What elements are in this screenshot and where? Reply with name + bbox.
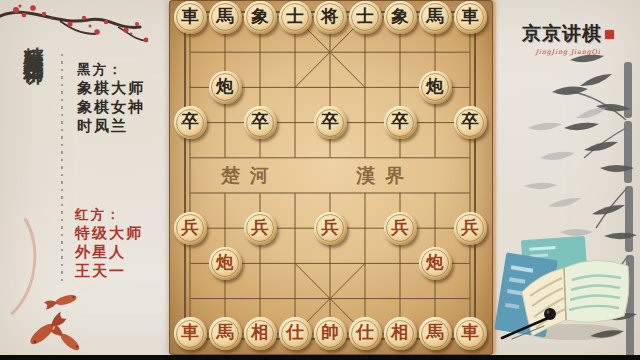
piece-glyph: 炮 — [426, 78, 444, 96]
board-intersection[interactable]: 車 — [173, 0, 208, 35]
board-intersection[interactable]: 象 — [243, 0, 278, 35]
board-intersection[interactable] — [453, 140, 488, 175]
piece-bK[interactable]: 将 — [314, 1, 347, 34]
video-frame: 精彩对局精选精讲 黑方： 象棋大师 象棋女神 时凤兰 红方： 特级大师 外星人 … — [0, 0, 640, 360]
board-intersection[interactable]: 卒 — [313, 105, 348, 140]
board-intersection[interactable]: 車 — [453, 316, 488, 351]
board-intersection[interactable] — [383, 35, 418, 70]
open-book-icon — [492, 234, 632, 346]
piece-bP[interactable]: 卒 — [174, 106, 207, 139]
board-intersection[interactable] — [453, 246, 488, 281]
piece-bP[interactable]: 卒 — [244, 106, 277, 139]
piece-glyph: 兵 — [391, 219, 409, 237]
red-player-name: 王天一 — [75, 262, 143, 281]
piece-rA[interactable]: 仕 — [349, 317, 382, 350]
board-intersection[interactable] — [243, 175, 278, 210]
piece-rC[interactable]: 炮 — [209, 247, 242, 280]
board-intersection[interactable]: 車 — [453, 0, 488, 35]
board-intersection[interactable] — [208, 211, 243, 246]
board-intersection[interactable] — [348, 246, 383, 281]
board-intersection[interactable] — [383, 140, 418, 175]
board-intersection[interactable]: 兵 — [313, 211, 348, 246]
black-side-label: 黑方： — [77, 60, 145, 79]
board-intersection[interactable]: 馬 — [418, 0, 453, 35]
piece-rB[interactable]: 相 — [384, 317, 417, 350]
board-intersection[interactable] — [313, 281, 348, 316]
board-intersection[interactable]: 兵 — [173, 211, 208, 246]
board-intersection[interactable]: 士 — [278, 0, 313, 35]
piece-rN[interactable]: 馬 — [419, 317, 452, 350]
board-intersection[interactable] — [208, 35, 243, 70]
board-intersection[interactable]: 相 — [243, 316, 278, 351]
board-intersection[interactable] — [173, 35, 208, 70]
piece-rC[interactable]: 炮 — [419, 247, 452, 280]
board-intersection[interactable] — [243, 70, 278, 105]
board-intersection[interactable]: 仕 — [348, 316, 383, 351]
board-intersection[interactable] — [383, 175, 418, 210]
board-intersection[interactable] — [243, 246, 278, 281]
board-intersection[interactable] — [243, 140, 278, 175]
board-intersection[interactable] — [348, 175, 383, 210]
red-player-info: 红方： 特级大师 外星人 王天一 — [75, 205, 143, 281]
dotted-divider — [61, 54, 63, 286]
board-intersection[interactable]: 将 — [313, 0, 348, 35]
piece-glyph: 相 — [251, 324, 269, 342]
board-intersection[interactable] — [348, 211, 383, 246]
board-intersection[interactable]: 卒 — [243, 105, 278, 140]
piece-grid: 車馬象士将士象馬車炮炮卒卒卒卒卒兵兵兵兵兵炮炮車馬相仕帥仕相馬車 — [173, 0, 488, 351]
piece-bN[interactable]: 馬 — [419, 1, 452, 34]
piece-bP[interactable]: 卒 — [314, 106, 347, 139]
board-intersection[interactable] — [453, 35, 488, 70]
letterbox-bar — [0, 355, 640, 360]
board-intersection[interactable]: 象 — [383, 0, 418, 35]
black-player-info: 黑方： 象棋大师 象棋女神 时凤兰 — [77, 60, 145, 136]
board-intersection[interactable]: 炮 — [418, 70, 453, 105]
board-intersection[interactable] — [418, 105, 453, 140]
piece-glyph: 馬 — [216, 8, 234, 26]
red-player-title1: 特级大师 — [75, 224, 143, 243]
board-intersection[interactable]: 仕 — [278, 316, 313, 351]
piece-glyph: 卒 — [181, 113, 199, 131]
piece-glyph: 馬 — [426, 324, 444, 342]
board-intersection[interactable]: 炮 — [208, 246, 243, 281]
board-intersection[interactable] — [313, 246, 348, 281]
piece-rA[interactable]: 仕 — [279, 317, 312, 350]
board-intersection[interactable]: 帥 — [313, 316, 348, 351]
red-side-label: 红方： — [75, 205, 143, 224]
board-intersection[interactable] — [418, 140, 453, 175]
board-intersection[interactable] — [173, 281, 208, 316]
black-player-name: 时凤兰 — [77, 117, 145, 136]
piece-rP[interactable]: 兵 — [454, 212, 487, 245]
piece-rR[interactable]: 車 — [454, 317, 487, 350]
piece-bC[interactable]: 炮 — [209, 71, 242, 104]
board-intersection[interactable] — [278, 281, 313, 316]
piece-bA[interactable]: 士 — [279, 1, 312, 34]
piece-glyph: 炮 — [426, 254, 444, 272]
piece-glyph: 卒 — [461, 113, 479, 131]
board-intersection[interactable] — [243, 35, 278, 70]
board-intersection[interactable] — [348, 70, 383, 105]
board-intersection[interactable] — [243, 281, 278, 316]
piece-bN[interactable]: 馬 — [209, 1, 242, 34]
piece-glyph: 象 — [251, 8, 269, 26]
piece-glyph: 兵 — [181, 219, 199, 237]
board-intersection[interactable] — [348, 35, 383, 70]
board-intersection[interactable]: 卒 — [453, 105, 488, 140]
board-intersection[interactable] — [453, 175, 488, 210]
piece-glyph: 馬 — [426, 8, 444, 26]
piece-bP[interactable]: 卒 — [454, 106, 487, 139]
black-player-title2: 象棋女神 — [77, 98, 145, 117]
board-intersection[interactable]: 炮 — [208, 70, 243, 105]
board-intersection[interactable]: 車 — [173, 316, 208, 351]
piece-glyph: 帥 — [321, 324, 339, 342]
red-player-title2: 外星人 — [75, 243, 143, 262]
board-intersection[interactable] — [173, 140, 208, 175]
piece-rP[interactable]: 兵 — [174, 212, 207, 245]
board-intersection[interactable] — [278, 105, 313, 140]
board-intersection[interactable] — [278, 35, 313, 70]
board-intersection[interactable] — [173, 246, 208, 281]
piece-rR[interactable]: 車 — [174, 317, 207, 350]
board-intersection[interactable] — [278, 246, 313, 281]
board-intersection[interactable] — [278, 211, 313, 246]
board-intersection[interactable] — [313, 35, 348, 70]
board-intersection[interactable] — [348, 105, 383, 140]
show-title-vertical: 精彩对局精选精讲 — [21, 31, 48, 217]
board-intersection[interactable] — [208, 105, 243, 140]
board-intersection[interactable] — [453, 281, 488, 316]
piece-glyph: 兵 — [461, 219, 479, 237]
xiangqi-board: 楚河 漢界 車馬象士将士象馬車炮炮卒卒卒卒卒兵兵兵兵兵炮炮車馬相仕帥仕相馬車 — [169, 0, 493, 355]
board-intersection[interactable]: 士 — [348, 0, 383, 35]
board-intersection[interactable] — [313, 70, 348, 105]
board-intersection[interactable] — [208, 140, 243, 175]
koi-fish-icon — [24, 286, 96, 358]
board-intersection[interactable] — [453, 70, 488, 105]
piece-rN[interactable]: 馬 — [209, 317, 242, 350]
board-intersection[interactable] — [383, 246, 418, 281]
piece-bC[interactable]: 炮 — [419, 71, 452, 104]
board-intersection[interactable] — [383, 281, 418, 316]
board-intersection[interactable] — [383, 70, 418, 105]
board-intersection[interactable] — [208, 281, 243, 316]
piece-glyph: 卒 — [251, 113, 269, 131]
board-intersection[interactable]: 兵 — [453, 211, 488, 246]
piece-glyph: 士 — [356, 8, 374, 26]
board-intersection[interactable] — [208, 175, 243, 210]
board-intersection[interactable]: 兵 — [383, 211, 418, 246]
board-intersection[interactable]: 馬 — [418, 316, 453, 351]
piece-bB[interactable]: 象 — [244, 1, 277, 34]
piece-rP[interactable]: 兵 — [244, 212, 277, 245]
board-intersection[interactable] — [173, 175, 208, 210]
piece-bA[interactable]: 士 — [349, 1, 382, 34]
board-intersection[interactable]: 卒 — [173, 105, 208, 140]
piece-glyph: 炮 — [216, 78, 234, 96]
board-intersection[interactable] — [278, 140, 313, 175]
piece-rP[interactable]: 兵 — [384, 212, 417, 245]
board-intersection[interactable] — [313, 175, 348, 210]
board-intersection[interactable] — [418, 211, 453, 246]
piece-bB[interactable]: 象 — [384, 1, 417, 34]
piece-glyph: 車 — [461, 324, 479, 342]
piece-glyph: 仕 — [356, 324, 374, 342]
piece-bP[interactable]: 卒 — [384, 106, 417, 139]
black-player-title1: 象棋大师 — [77, 79, 145, 98]
piece-glyph: 卒 — [391, 113, 409, 131]
piece-rB[interactable]: 相 — [244, 317, 277, 350]
piece-bR[interactable]: 車 — [174, 1, 207, 34]
board-intersection[interactable] — [348, 281, 383, 316]
piece-glyph: 相 — [391, 324, 409, 342]
piece-glyph: 仕 — [286, 324, 304, 342]
piece-glyph: 将 — [321, 8, 339, 26]
board-intersection[interactable]: 炮 — [418, 246, 453, 281]
board-intersection[interactable] — [418, 281, 453, 316]
board-intersection[interactable]: 馬 — [208, 0, 243, 35]
piece-glyph: 兵 — [251, 219, 269, 237]
piece-glyph: 馬 — [216, 324, 234, 342]
board-intersection[interactable] — [313, 140, 348, 175]
board-intersection[interactable] — [348, 140, 383, 175]
piece-rK[interactable]: 帥 — [314, 317, 347, 350]
piece-glyph: 象 — [391, 8, 409, 26]
piece-glyph: 士 — [286, 8, 304, 26]
piece-rP[interactable]: 兵 — [314, 212, 347, 245]
board-intersection[interactable]: 卒 — [383, 105, 418, 140]
board-intersection[interactable]: 相 — [383, 316, 418, 351]
board-intersection[interactable]: 兵 — [243, 211, 278, 246]
piece-bR[interactable]: 車 — [454, 1, 487, 34]
board-intersection[interactable] — [173, 70, 208, 105]
board-intersection[interactable] — [278, 70, 313, 105]
piece-glyph: 車 — [181, 324, 199, 342]
board-intersection[interactable] — [418, 175, 453, 210]
piece-glyph: 車 — [461, 8, 479, 26]
piece-glyph: 車 — [181, 8, 199, 26]
board-intersection[interactable] — [418, 35, 453, 70]
board-intersection[interactable] — [278, 175, 313, 210]
piece-glyph: 兵 — [321, 219, 339, 237]
board-intersection[interactable]: 馬 — [208, 316, 243, 351]
piece-glyph: 卒 — [321, 113, 339, 131]
piece-glyph: 炮 — [216, 254, 234, 272]
